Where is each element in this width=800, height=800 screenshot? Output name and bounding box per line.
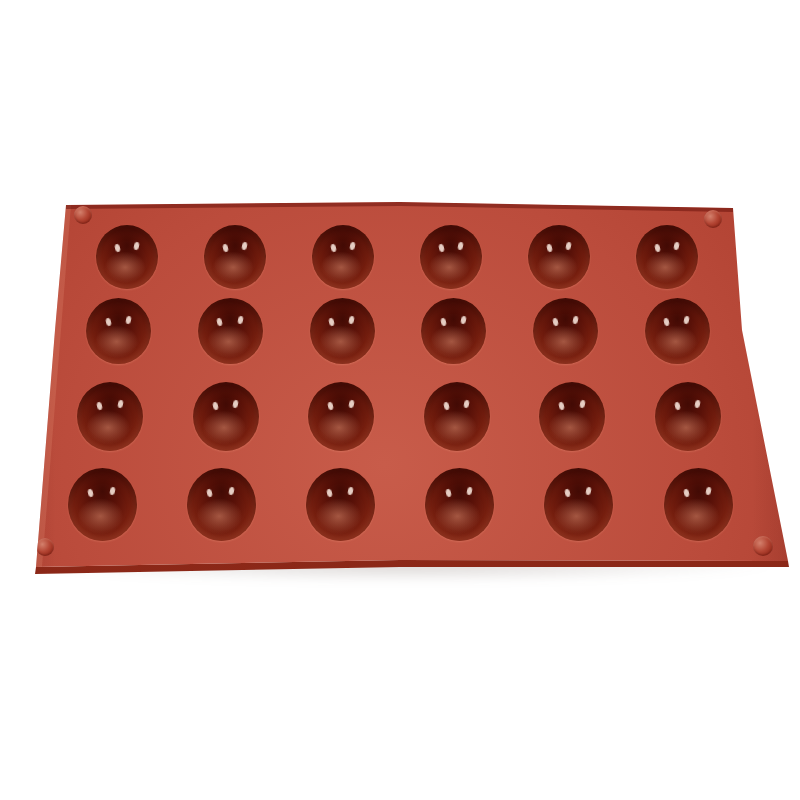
mold-cavity <box>636 225 698 289</box>
cavity-glint <box>347 487 354 496</box>
cavity-glint <box>348 400 355 409</box>
mold-cavity <box>544 468 613 541</box>
mold-cavity <box>539 382 605 451</box>
cavity-glint <box>330 244 337 253</box>
mold-cavity <box>308 382 374 451</box>
mold-cavity <box>425 468 494 541</box>
mold-cavity <box>528 225 590 289</box>
cavity-glint <box>440 317 447 326</box>
mold-cavity <box>187 468 256 541</box>
cavity-glint <box>572 315 579 324</box>
mold-cavity <box>664 468 733 541</box>
mold-cavity <box>86 298 151 364</box>
mold-cavity <box>68 468 137 541</box>
cavity-glint <box>105 317 112 326</box>
mold-cavity <box>310 298 375 364</box>
mold-foot <box>753 536 773 556</box>
silicone-mold-body <box>0 0 800 800</box>
mold-cavity <box>306 468 375 541</box>
cavity-glint <box>684 315 691 324</box>
cavity-glint <box>117 400 124 409</box>
cavity-glint <box>87 489 94 498</box>
cavity-glint <box>96 402 103 411</box>
cavity-glint <box>673 242 680 251</box>
cavity-glint <box>674 402 681 411</box>
cavity-glint <box>683 489 690 498</box>
cavity-glint <box>466 487 473 496</box>
mold-cavity <box>655 382 721 451</box>
cavity-glint <box>445 489 452 498</box>
mold-cavity <box>198 298 263 364</box>
cavity-glint <box>327 402 334 411</box>
mold-cavity <box>77 382 143 451</box>
cavity-glint <box>558 402 565 411</box>
cavity-glint <box>564 489 571 498</box>
cavity-glint <box>460 315 467 324</box>
cavity-glint <box>228 487 235 496</box>
cavity-glint <box>694 400 701 409</box>
mold-cavity <box>420 225 482 289</box>
cavity-glint <box>237 315 244 324</box>
cavity-glint <box>109 487 116 496</box>
cavity-glint <box>216 317 223 326</box>
cavity-glint <box>443 402 450 411</box>
cavity-glint <box>463 400 470 409</box>
cavity-glint <box>326 489 333 498</box>
cavity-glint <box>348 315 355 324</box>
cavity-glint <box>222 244 229 253</box>
cavity-glint <box>565 242 572 251</box>
cavity-glint <box>438 244 445 253</box>
mold-foot <box>74 206 92 224</box>
mold-cavity <box>421 298 486 364</box>
mold-foot <box>36 538 54 556</box>
cavity-glint <box>133 242 140 251</box>
cavity-glint <box>654 244 661 253</box>
cavity-glint <box>241 242 248 251</box>
mold-foot <box>704 210 722 228</box>
cavity-glint <box>586 487 593 496</box>
cavity-glint <box>328 317 335 326</box>
cavity-glint <box>114 244 121 253</box>
cavity-glint <box>206 489 213 498</box>
cavity-glint <box>546 244 553 253</box>
cavity-glint <box>579 400 586 409</box>
cavity-glint <box>457 242 464 251</box>
cavity-glint <box>663 317 670 326</box>
cavity-glint <box>552 317 559 326</box>
mold-cavity <box>204 225 266 289</box>
cavity-glint <box>349 242 356 251</box>
mold-cavity <box>533 298 598 364</box>
cavity-glint <box>232 400 239 409</box>
cavity-glint <box>705 487 712 496</box>
mold-cavity <box>96 225 158 289</box>
mold-cavity <box>645 298 710 364</box>
mold-cavity <box>424 382 490 451</box>
cavity-glint <box>212 402 219 411</box>
cavity-glint <box>125 315 132 324</box>
mold-cavity <box>193 382 259 451</box>
mold-cavity <box>312 225 374 289</box>
product-photo-stage <box>0 0 800 800</box>
